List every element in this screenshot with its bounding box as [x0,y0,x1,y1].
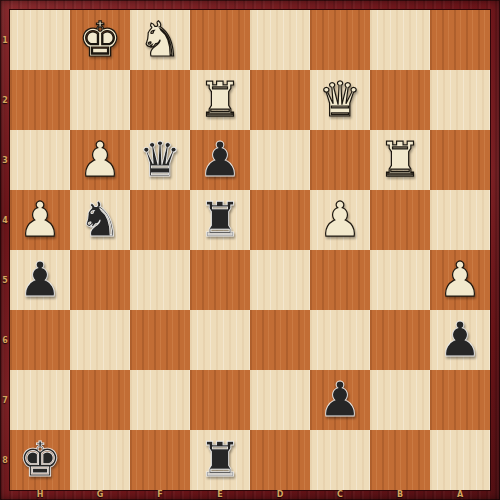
square-d8[interactable] [250,430,310,490]
piece-white-rook[interactable]: ♜ [378,135,421,183]
rank-labels: 12345678 [0,10,10,490]
piece-white-rook[interactable]: ♜ [198,75,241,123]
rank-label-1: 1 [0,10,10,70]
file-labels: HGFEDCBA [10,490,490,500]
square-g2[interactable] [70,70,130,130]
piece-black-pawn[interactable]: ♟ [18,255,61,303]
square-d4[interactable] [250,190,310,250]
square-h3[interactable] [10,130,70,190]
piece-white-pawn[interactable]: ♟ [18,195,61,243]
square-h7[interactable] [10,370,70,430]
square-f7[interactable] [130,370,190,430]
square-g1[interactable]: ♚ [70,10,130,70]
piece-black-knight[interactable]: ♞ [78,195,121,243]
square-f8[interactable] [130,430,190,490]
piece-black-rook[interactable]: ♜ [198,435,241,483]
square-h4[interactable]: ♟ [10,190,70,250]
square-f1[interactable]: ♞ [130,10,190,70]
piece-black-pawn[interactable]: ♟ [198,135,241,183]
file-label-b: B [370,490,430,500]
piece-white-pawn[interactable]: ♟ [318,195,361,243]
square-f2[interactable] [130,70,190,130]
piece-black-queen[interactable]: ♛ [138,135,181,183]
file-label-a: A [430,490,490,500]
piece-black-rook[interactable]: ♜ [198,195,241,243]
file-label-e: E [190,490,250,500]
square-a8[interactable] [430,430,490,490]
square-h8[interactable]: ♚ [10,430,70,490]
file-label-d: D [250,490,310,500]
square-e2[interactable]: ♜ [190,70,250,130]
piece-black-pawn[interactable]: ♟ [318,375,361,423]
file-label-c: C [310,490,370,500]
square-h6[interactable] [10,310,70,370]
square-b7[interactable] [370,370,430,430]
chess-board: ♚♞♜♛♟♛♟♜♟♞♜♟♟♟♟♟♚♜ [10,10,490,490]
square-d3[interactable] [250,130,310,190]
square-c2[interactable]: ♛ [310,70,370,130]
square-a4[interactable] [430,190,490,250]
square-e3[interactable]: ♟ [190,130,250,190]
square-c5[interactable] [310,250,370,310]
square-e1[interactable] [190,10,250,70]
square-f6[interactable] [130,310,190,370]
square-c7[interactable]: ♟ [310,370,370,430]
file-label-h: H [10,490,70,500]
square-e8[interactable]: ♜ [190,430,250,490]
square-d2[interactable] [250,70,310,130]
rank-label-8: 8 [0,430,10,490]
square-d7[interactable] [250,370,310,430]
square-b8[interactable] [370,430,430,490]
square-b2[interactable] [370,70,430,130]
square-g7[interactable] [70,370,130,430]
square-c8[interactable] [310,430,370,490]
piece-white-queen[interactable]: ♛ [318,75,361,123]
square-c3[interactable] [310,130,370,190]
square-c6[interactable] [310,310,370,370]
file-label-g: G [70,490,130,500]
square-c1[interactable] [310,10,370,70]
square-h2[interactable] [10,70,70,130]
rank-label-5: 5 [0,250,10,310]
piece-black-pawn[interactable]: ♟ [438,315,481,363]
square-g5[interactable] [70,250,130,310]
rank-label-3: 3 [0,130,10,190]
square-g4[interactable]: ♞ [70,190,130,250]
square-d5[interactable] [250,250,310,310]
square-e6[interactable] [190,310,250,370]
square-f3[interactable]: ♛ [130,130,190,190]
square-b3[interactable]: ♜ [370,130,430,190]
square-f5[interactable] [130,250,190,310]
square-e5[interactable] [190,250,250,310]
square-g8[interactable] [70,430,130,490]
piece-black-king[interactable]: ♚ [18,435,61,483]
square-a3[interactable] [430,130,490,190]
rank-label-2: 2 [0,70,10,130]
square-a6[interactable]: ♟ [430,310,490,370]
square-a1[interactable] [430,10,490,70]
square-f4[interactable] [130,190,190,250]
square-h1[interactable] [10,10,70,70]
square-b6[interactable] [370,310,430,370]
piece-white-pawn[interactable]: ♟ [438,255,481,303]
piece-white-knight[interactable]: ♞ [138,15,181,63]
piece-white-pawn[interactable]: ♟ [78,135,121,183]
square-g3[interactable]: ♟ [70,130,130,190]
square-d1[interactable] [250,10,310,70]
square-b1[interactable] [370,10,430,70]
square-h5[interactable]: ♟ [10,250,70,310]
square-e4[interactable]: ♜ [190,190,250,250]
square-b4[interactable] [370,190,430,250]
square-c4[interactable]: ♟ [310,190,370,250]
rank-label-7: 7 [0,370,10,430]
rank-label-6: 6 [0,310,10,370]
rank-label-4: 4 [0,190,10,250]
square-g6[interactable] [70,310,130,370]
square-a5[interactable]: ♟ [430,250,490,310]
square-d6[interactable] [250,310,310,370]
square-a7[interactable] [430,370,490,430]
square-b5[interactable] [370,250,430,310]
square-e7[interactable] [190,370,250,430]
file-label-f: F [130,490,190,500]
piece-white-king[interactable]: ♚ [78,15,121,63]
square-a2[interactable] [430,70,490,130]
board-frame: ♚♞♜♛♟♛♟♜♟♞♜♟♟♟♟♟♚♜ 12345678 HGFEDCBA [0,0,500,500]
